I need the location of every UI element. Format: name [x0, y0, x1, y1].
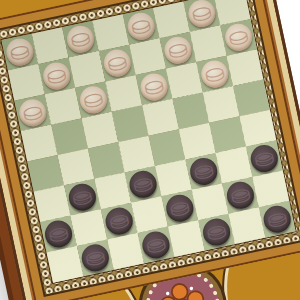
draughts-man-glyph: ⛀: [142, 73, 167, 101]
draughts-man-glyph: ⛀: [68, 25, 93, 53]
draughts-man-glyph: ⛂: [167, 194, 192, 222]
light-piece[interactable]: ⛀: [223, 21, 255, 53]
draughts-man-glyph: ⛀: [189, 0, 214, 27]
light-piece[interactable]: ⛀: [138, 71, 170, 103]
draughts-man-glyph: ⛀: [105, 49, 130, 77]
draughts-man-glyph: ⛀: [129, 12, 154, 40]
light-piece[interactable]: ⛀: [186, 0, 218, 29]
draughts-man-glyph: ⛀: [44, 62, 69, 90]
draughts-man-glyph: ⛀: [226, 23, 251, 51]
painted-board-case: ⛀⛀⛀⛀⛀⛀⛀⛀⛀⛀⛀⛀⛂⛂⛂⛂⛂⛂⛂⛂⛂⛂⛂⛂: [0, 0, 300, 300]
draughts-man-glyph: ⛂: [131, 170, 156, 198]
draughts-man-glyph: ⛂: [143, 231, 168, 259]
draughts-man-glyph: ⛀: [81, 85, 106, 113]
draughts-man-glyph: ⛂: [46, 220, 71, 248]
draughts-man-glyph: ⛂: [252, 144, 277, 172]
pearl-border-frame: ⛀⛀⛀⛀⛀⛀⛀⛀⛀⛀⛀⛀⛂⛂⛂⛂⛂⛂⛂⛂⛂⛂⛂⛂: [0, 0, 300, 297]
dark-piece[interactable]: ⛂: [224, 179, 256, 211]
light-piece[interactable]: ⛀: [4, 36, 36, 68]
draughts-man-glyph: ⛀: [202, 60, 227, 88]
dark-piece[interactable]: ⛂: [261, 203, 293, 235]
light-piece[interactable]: ⛀: [199, 58, 231, 90]
draughts-man-glyph: ⛂: [191, 157, 216, 185]
dark-piece[interactable]: ⛂: [79, 242, 111, 274]
draughts-man-glyph: ⛀: [165, 36, 190, 64]
light-piece[interactable]: ⛀: [41, 60, 73, 92]
dark-piece[interactable]: ⛂: [201, 216, 233, 248]
draughts-man-glyph: ⛀: [7, 38, 32, 66]
draughts-man-glyph: ⛀: [20, 98, 45, 126]
dark-piece[interactable]: ⛂: [248, 143, 280, 175]
light-piece[interactable]: ⛀: [77, 84, 109, 116]
photo-canvas: ⛀⛀⛀⛀⛀⛀⛀⛀⛀⛀⛀⛀⛂⛂⛂⛂⛂⛂⛂⛂⛂⛂⛂⛂: [0, 0, 300, 300]
draughts-man-glyph: ⛂: [204, 218, 229, 246]
light-piece[interactable]: ⛀: [64, 23, 96, 55]
draughts-man-glyph: ⛂: [83, 244, 108, 272]
case-surface: ⛀⛀⛀⛀⛀⛀⛀⛀⛀⛀⛀⛀⛂⛂⛂⛂⛂⛂⛂⛂⛂⛂⛂⛂: [0, 0, 300, 300]
dark-piece[interactable]: ⛂: [140, 229, 172, 261]
dark-piece[interactable]: ⛂: [127, 168, 159, 200]
board-wood-frame: ⛀⛀⛀⛀⛀⛀⛀⛀⛀⛀⛀⛀⛂⛂⛂⛂⛂⛂⛂⛂⛂⛂⛂⛂: [0, 0, 300, 300]
draughts-man-glyph: ⛂: [228, 181, 253, 209]
light-piece[interactable]: ⛀: [162, 34, 194, 66]
light-piece[interactable]: ⛀: [125, 10, 157, 42]
dark-piece[interactable]: ⛂: [164, 192, 196, 224]
dark-piece[interactable]: ⛂: [103, 205, 135, 237]
checkers-board: ⛀⛀⛀⛀⛀⛀⛀⛀⛀⛀⛀⛀⛂⛂⛂⛂⛂⛂⛂⛂⛂⛂⛂⛂: [0, 0, 297, 284]
light-piece[interactable]: ⛀: [17, 97, 49, 129]
draughts-man-glyph: ⛂: [70, 183, 95, 211]
square-h1[interactable]: ⛂: [259, 201, 296, 238]
dark-piece[interactable]: ⛂: [188, 155, 220, 187]
dark-piece[interactable]: ⛂: [66, 181, 98, 213]
draughts-man-glyph: ⛂: [265, 205, 290, 233]
draughts-man-glyph: ⛂: [107, 207, 132, 235]
light-piece[interactable]: ⛀: [101, 47, 133, 79]
dark-piece[interactable]: ⛂: [43, 218, 75, 250]
